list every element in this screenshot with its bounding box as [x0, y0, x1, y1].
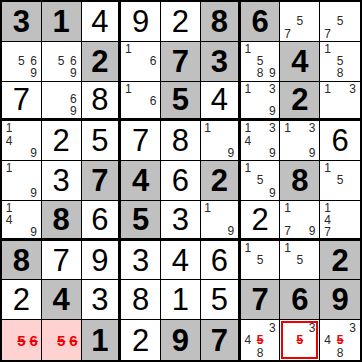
- cell-r8c2[interactable]: 4: [42, 280, 82, 320]
- candidate-digit: 8: [254, 346, 266, 359]
- cell-r8c7[interactable]: 7: [241, 280, 281, 320]
- candidate-grid: 57: [281, 3, 318, 40]
- solved-digit: 2: [251, 204, 268, 235]
- solved-digit: 8: [132, 284, 149, 315]
- solved-digit: 6: [211, 245, 228, 276]
- cell-r5c8[interactable]: 8: [280, 161, 320, 201]
- given-digit: 1: [53, 6, 70, 37]
- solved-digit: 2: [13, 284, 30, 315]
- cell-r9c1[interactable]: 56: [2, 320, 42, 360]
- candidate-grid: 159: [242, 162, 279, 199]
- candidate-digit: 4: [3, 135, 15, 147]
- cell-r8c3[interactable]: 3: [82, 280, 122, 320]
- cell-r2c7[interactable]: 1589: [241, 42, 281, 82]
- candidate-digit: 5: [254, 254, 266, 266]
- solved-digit: 8: [91, 84, 108, 115]
- cell-r6c3[interactable]: 6: [82, 201, 122, 241]
- cell-r2c3[interactable]: 2: [82, 42, 122, 82]
- cell-r6c8[interactable]: 179: [280, 201, 320, 241]
- candidate-digit: 7: [281, 28, 293, 40]
- eliminated-candidate-digit: 5: [15, 333, 27, 348]
- given-digit: 2: [331, 245, 348, 276]
- candidate-grid: 15: [321, 162, 359, 199]
- candidate-digit: 1: [281, 242, 293, 254]
- solved-digit: 3: [91, 284, 108, 315]
- given-digit: 9: [331, 284, 348, 315]
- candidate-digit: 3: [266, 321, 278, 334]
- candidate-digit: 6: [147, 95, 159, 107]
- given-digit: 6: [251, 6, 268, 37]
- eliminated-candidate-digit: 5: [294, 334, 306, 347]
- candidate-grid: 139: [281, 122, 318, 159]
- solved-digit: 2: [53, 125, 70, 156]
- cell-r3c9[interactable]: 13: [320, 82, 360, 122]
- cell-r3c4[interactable]: 16: [121, 82, 161, 122]
- given-digit: 2: [291, 84, 308, 115]
- candidate-digit: 9: [28, 187, 40, 199]
- given-digit: 7: [172, 46, 189, 77]
- cell-r9c3[interactable]: 1: [82, 320, 122, 360]
- candidate-digit: 9: [28, 226, 40, 238]
- cell-r7c9[interactable]: 2: [320, 241, 360, 281]
- candidate-grid: 16: [122, 83, 159, 118]
- candidate-digit: 4: [3, 214, 15, 226]
- cell-r7c2[interactable]: 7: [42, 241, 82, 281]
- candidate-grid: 1349: [242, 122, 279, 159]
- candidate-grid: 19: [202, 202, 237, 237]
- cell-r5c5[interactable]: 6: [161, 161, 201, 201]
- solved-digit: 1: [172, 284, 189, 315]
- cell-r2c1[interactable]: 569: [2, 42, 42, 82]
- cell-r4c2[interactable]: 2: [42, 121, 82, 161]
- solved-digit: 7: [13, 84, 30, 115]
- cell-r4c7[interactable]: 1349: [241, 121, 281, 161]
- solved-digit: 4: [172, 245, 189, 276]
- candidate-grid: 56: [43, 321, 80, 359]
- given-digit: 5: [132, 204, 149, 235]
- candidate-grid: 149: [3, 122, 40, 159]
- given-digit: 6: [291, 284, 308, 315]
- candidate-digit: 3: [266, 83, 278, 95]
- candidate-digit: 1: [321, 43, 334, 55]
- candidate-digit: 5: [294, 254, 306, 266]
- cell-r4c3[interactable]: 5: [82, 121, 122, 161]
- cell-r1c7[interactable]: 6: [241, 2, 281, 42]
- cell-r3c8[interactable]: 2: [280, 82, 320, 122]
- candidate-digit: 1: [321, 83, 334, 95]
- cell-r3c5[interactable]: 5: [161, 82, 201, 122]
- candidate-digit: 3: [306, 122, 318, 134]
- candidate-digit: 5: [55, 55, 67, 67]
- candidate-digit: 7: [281, 225, 293, 237]
- cell-r9c9[interactable]: 3458: [320, 320, 360, 360]
- candidate-digit: 9: [306, 147, 318, 159]
- given-digit: 2: [91, 46, 108, 77]
- cell-r7c8[interactable]: 15: [280, 241, 320, 281]
- candidate-digit: 5: [334, 15, 347, 27]
- cell-r4c9[interactable]: 6: [320, 121, 360, 161]
- solved-digit: 5: [91, 125, 108, 156]
- cell-r2c2[interactable]: 569: [42, 42, 82, 82]
- given-digit: 7: [211, 325, 228, 356]
- cell-r5c1[interactable]: 19: [2, 161, 42, 201]
- candidate-digit: 8: [334, 67, 347, 79]
- cell-r9c7[interactable]: 3458: [241, 320, 281, 360]
- solved-digit: 3: [53, 165, 70, 196]
- candidate-digit: 1: [281, 122, 293, 134]
- solved-digit: 3: [172, 204, 189, 235]
- candidate-grid: 569: [43, 43, 80, 80]
- cell-r8c9[interactable]: 9: [320, 280, 360, 320]
- cell-r5c3[interactable]: 7: [82, 161, 122, 201]
- candidate-digit: 9: [266, 105, 278, 117]
- cell-r2c4[interactable]: 16: [121, 42, 161, 82]
- candidate-digit: 1: [242, 162, 254, 174]
- candidate-grid: 179: [281, 202, 318, 237]
- solved-digit: 4: [91, 6, 108, 37]
- cell-r9c5[interactable]: 9: [161, 320, 201, 360]
- solved-digit: 9: [132, 6, 149, 37]
- given-digit: 9: [172, 325, 189, 356]
- cell-r7c1[interactable]: 8: [2, 241, 42, 281]
- candidate-grid: 149: [3, 202, 40, 237]
- cell-r2c6[interactable]: 3: [201, 42, 241, 82]
- cell-r1c8[interactable]: 57: [280, 2, 320, 42]
- given-digit: 5: [172, 84, 189, 115]
- given-digit: 2: [211, 165, 228, 196]
- cell-r4c6[interactable]: 19: [201, 121, 241, 161]
- candidate-digit: 7: [321, 226, 334, 238]
- candidate-digit: 5: [294, 15, 306, 27]
- candidate-grid: 147: [321, 202, 359, 237]
- given-digit: 7: [251, 284, 268, 315]
- candidate-digit: 1: [202, 202, 214, 214]
- candidate-digit: 1: [3, 162, 15, 174]
- candidate-digit: 9: [225, 147, 237, 159]
- cell-r8c4[interactable]: 8: [121, 280, 161, 320]
- cell-r6c6[interactable]: 19: [201, 201, 241, 241]
- cell-r3c1[interactable]: 7: [2, 82, 42, 122]
- cell-r8c8[interactable]: 6: [280, 280, 320, 320]
- cell-r8c5[interactable]: 1: [161, 280, 201, 320]
- given-digit: 3: [13, 6, 30, 37]
- candidate-grid: 3458: [242, 321, 279, 359]
- cell-r3c7[interactable]: 139: [241, 82, 281, 122]
- candidate-digit: 6: [147, 55, 159, 67]
- candidate-digit: 5: [334, 174, 347, 186]
- given-digit: 4: [291, 46, 308, 77]
- cell-r5c2[interactable]: 3: [42, 161, 82, 201]
- solved-digit: 3: [132, 245, 149, 276]
- candidate-digit: 9: [67, 67, 79, 79]
- cell-r6c7[interactable]: 2: [241, 201, 281, 241]
- candidate-grid: 15: [281, 242, 318, 279]
- candidate-digit: 9: [28, 147, 40, 159]
- cell-r9c8[interactable]: 35: [280, 320, 320, 360]
- cell-r1c1[interactable]: 3: [2, 2, 42, 42]
- cell-r2c9[interactable]: 158: [320, 42, 360, 82]
- candidate-digit: 1: [321, 162, 334, 174]
- cell-r5c7[interactable]: 159: [241, 161, 281, 201]
- given-digit: 8: [291, 165, 308, 196]
- solved-digit: 2: [132, 325, 149, 356]
- cell-r5c9[interactable]: 15: [320, 161, 360, 201]
- cell-r6c1[interactable]: 149: [2, 201, 42, 241]
- sudoku-board: 3149286575756956921673158941587698165413…: [0, 0, 362, 362]
- cell-r2c8[interactable]: 4: [280, 42, 320, 82]
- candidate-digit: 3: [306, 321, 318, 334]
- candidate-grid: 69: [43, 83, 80, 118]
- candidate-digit: 9: [266, 67, 278, 79]
- cell-r1c4[interactable]: 9: [121, 2, 161, 42]
- candidate-digit: 9: [225, 225, 237, 237]
- cell-r7c6[interactable]: 6: [201, 241, 241, 281]
- candidate-digit: 1: [3, 122, 15, 134]
- cell-r9c4[interactable]: 2: [121, 320, 161, 360]
- candidate-digit: 9: [67, 105, 79, 117]
- eliminated-candidate-digit: 5: [254, 334, 266, 347]
- cell-r3c2[interactable]: 69: [42, 82, 82, 122]
- candidate-grid: 19: [202, 122, 237, 159]
- candidate-grid: 57: [321, 3, 359, 40]
- cell-r1c6[interactable]: 8: [201, 2, 241, 42]
- candidate-digit: 1: [122, 83, 134, 95]
- candidate-digit: 7: [321, 28, 334, 40]
- solved-digit: 7: [53, 245, 70, 276]
- candidate-grid: 13: [321, 83, 359, 118]
- eliminated-candidate-digit: 5: [55, 333, 67, 348]
- solved-digit: 9: [91, 245, 108, 276]
- candidate-digit: 9: [266, 187, 278, 199]
- candidate-grid: 158: [321, 43, 359, 80]
- candidate-grid: 3458: [321, 321, 359, 359]
- cell-r6c4[interactable]: 5: [121, 201, 161, 241]
- cell-r4c8[interactable]: 139: [280, 121, 320, 161]
- given-digit: 7: [91, 165, 108, 196]
- solved-digit: 6: [91, 204, 108, 235]
- solved-digit: 7: [132, 125, 149, 156]
- candidate-digit: 3: [346, 321, 359, 334]
- cell-r8c1[interactable]: 2: [2, 280, 42, 320]
- cell-r4c4[interactable]: 7: [121, 121, 161, 161]
- cell-r5c6[interactable]: 2: [201, 161, 241, 201]
- solved-digit: 2: [172, 6, 189, 37]
- cell-r1c2[interactable]: 1: [42, 2, 82, 42]
- cell-r8c6[interactable]: 5: [201, 280, 241, 320]
- candidate-digit: 5: [254, 174, 266, 186]
- candidate-digit: 1: [242, 242, 254, 254]
- solved-digit: 4: [211, 84, 228, 115]
- cell-r6c9[interactable]: 147: [320, 201, 360, 241]
- given-digit: 3: [211, 46, 228, 77]
- cell-r7c4[interactable]: 3: [121, 241, 161, 281]
- candidate-digit: 9: [28, 67, 40, 79]
- cell-r3c3[interactable]: 8: [82, 82, 122, 122]
- cell-r5c4[interactable]: 4: [121, 161, 161, 201]
- given-digit: 4: [53, 284, 70, 315]
- cell-r7c3[interactable]: 9: [82, 241, 122, 281]
- candidate-grid: 15: [242, 242, 279, 279]
- eliminated-candidate-digit: 6: [67, 333, 79, 348]
- candidate-digit: 5: [15, 55, 27, 67]
- cell-r3c6[interactable]: 4: [201, 82, 241, 122]
- given-digit: 4: [132, 165, 149, 196]
- eliminated-candidate-digit: 6: [28, 333, 40, 348]
- given-digit: 8: [13, 245, 30, 276]
- candidate-digit: 3: [266, 122, 278, 134]
- cell-r6c2[interactable]: 8: [42, 201, 82, 241]
- cell-r2c5[interactable]: 7: [161, 42, 201, 82]
- cell-r7c5[interactable]: 4: [161, 241, 201, 281]
- candidate-digit: 1: [242, 43, 254, 55]
- solved-digit: 8: [172, 125, 189, 156]
- cell-r1c5[interactable]: 2: [161, 2, 201, 42]
- cell-r4c1[interactable]: 149: [2, 121, 42, 161]
- candidate-digit: 1: [122, 43, 134, 55]
- candidate-digit: 1: [242, 122, 254, 134]
- candidate-digit: 8: [334, 346, 347, 359]
- cell-r4c5[interactable]: 8: [161, 121, 201, 161]
- candidate-digit: 9: [306, 225, 318, 237]
- cell-r1c3[interactable]: 4: [82, 2, 122, 42]
- candidate-digit: 1: [281, 202, 293, 214]
- cell-r9c2[interactable]: 56: [42, 320, 82, 360]
- candidate-digit: 1: [242, 83, 254, 95]
- cell-r6c5[interactable]: 3: [161, 201, 201, 241]
- candidate-digit: 8: [254, 67, 266, 79]
- candidate-digit: 1: [202, 122, 214, 134]
- candidate-grid: 1589: [242, 43, 279, 80]
- candidate-grid: 35: [281, 321, 318, 359]
- candidate-digit: 4: [321, 334, 334, 347]
- cell-r1c9[interactable]: 57: [320, 2, 360, 42]
- solved-digit: 6: [331, 125, 348, 156]
- eliminated-candidate-digit: 5: [334, 334, 347, 347]
- candidate-digit: 4: [242, 334, 254, 347]
- candidate-grid: 139: [242, 83, 279, 118]
- candidate-grid: 569: [3, 43, 40, 80]
- given-digit: 8: [53, 204, 70, 235]
- given-digit: 8: [211, 6, 228, 37]
- candidate-digit: 9: [266, 147, 278, 159]
- candidate-grid: 16: [122, 43, 159, 80]
- cell-r9c6[interactable]: 7: [201, 320, 241, 360]
- given-digit: 1: [91, 325, 108, 356]
- solved-digit: 6: [172, 165, 189, 196]
- cell-r7c7[interactable]: 15: [241, 241, 281, 281]
- candidate-grid: 19: [3, 162, 40, 199]
- candidate-grid: 56: [3, 321, 40, 359]
- candidate-digit: 4: [242, 135, 254, 147]
- solved-digit: 5: [211, 284, 228, 315]
- candidate-digit: 3: [346, 83, 359, 95]
